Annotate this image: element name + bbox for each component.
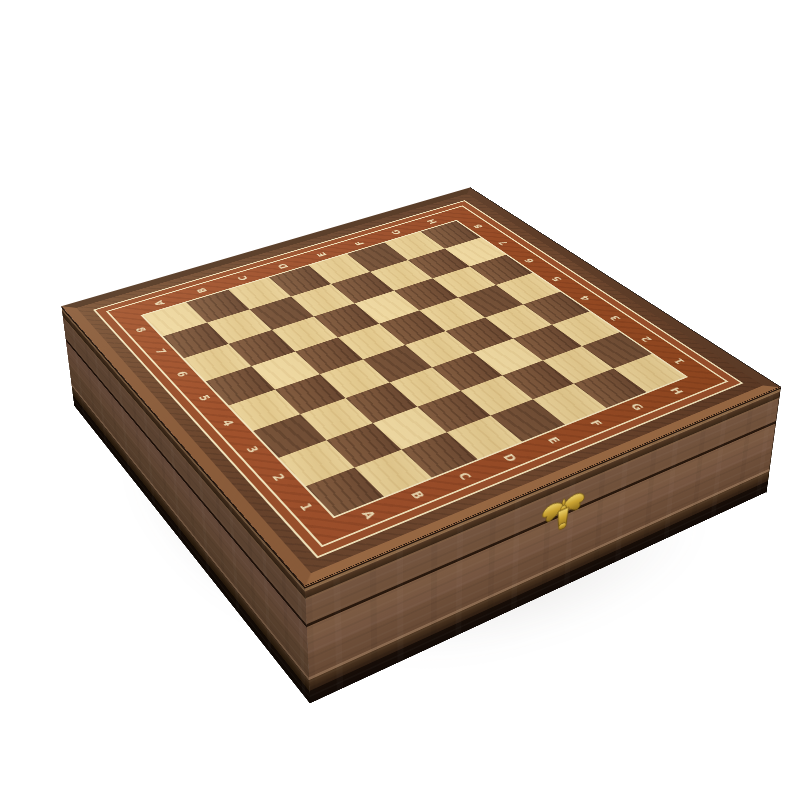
label-file-c-south: C bbox=[448, 467, 480, 486]
square-a3 bbox=[253, 414, 326, 458]
scene-viewport: AA88BB77CC66DD55EE44FF33GG22HH11 bbox=[145, 85, 665, 605]
square-d2 bbox=[417, 391, 490, 432]
square-a1 bbox=[306, 468, 384, 517]
label-file-g-south: G bbox=[621, 399, 651, 416]
square-c3 bbox=[346, 382, 418, 423]
label-file-h-south: H bbox=[661, 383, 691, 399]
square-g1 bbox=[574, 369, 647, 408]
label-file-a-south: A bbox=[352, 505, 385, 526]
label-rank-3-west: 3 bbox=[237, 440, 267, 458]
square-f1 bbox=[533, 384, 607, 425]
square-f2 bbox=[502, 361, 573, 400]
square-b5 bbox=[251, 352, 320, 390]
label-rank-7-west: 7 bbox=[147, 344, 174, 359]
square-d3 bbox=[390, 367, 461, 406]
square-a6 bbox=[184, 344, 251, 381]
label-file-e-south: E bbox=[538, 432, 569, 450]
label-rank-5-west: 5 bbox=[190, 390, 219, 406]
square-g2 bbox=[543, 346, 614, 384]
product-photo-stage: AA88BB77CC66DD55EE44FF33GG22HH11 bbox=[0, 0, 800, 800]
square-e2 bbox=[461, 375, 533, 415]
square-a4 bbox=[229, 390, 300, 431]
label-file-d-south: D bbox=[494, 449, 526, 468]
chess-box: AA88BB77CC66DD55EE44FF33GG22HH11 bbox=[61, 187, 781, 587]
brass-latch-icon bbox=[533, 483, 593, 549]
square-a5 bbox=[206, 366, 275, 405]
square-b1 bbox=[354, 450, 431, 497]
label-rank-1-east: 1 bbox=[665, 353, 694, 368]
square-b2 bbox=[327, 423, 402, 467]
square-c4 bbox=[320, 359, 390, 398]
label-file-f-south: F bbox=[580, 415, 611, 432]
square-e1 bbox=[491, 399, 565, 441]
square-d1 bbox=[447, 416, 522, 460]
square-a2 bbox=[279, 440, 355, 486]
label-rank-6-west: 6 bbox=[168, 366, 196, 382]
square-c1 bbox=[401, 432, 477, 477]
square-e3 bbox=[432, 353, 502, 391]
square-d4 bbox=[363, 345, 432, 382]
label-rank-2-west: 2 bbox=[262, 468, 293, 487]
label-rank-4-west: 4 bbox=[213, 414, 242, 431]
label-rank-1-west: 1 bbox=[290, 496, 322, 516]
square-h1 bbox=[613, 354, 685, 392]
square-c2 bbox=[373, 407, 447, 450]
square-b4 bbox=[275, 374, 346, 414]
label-file-b-south: B bbox=[401, 485, 433, 505]
square-b3 bbox=[300, 398, 373, 440]
